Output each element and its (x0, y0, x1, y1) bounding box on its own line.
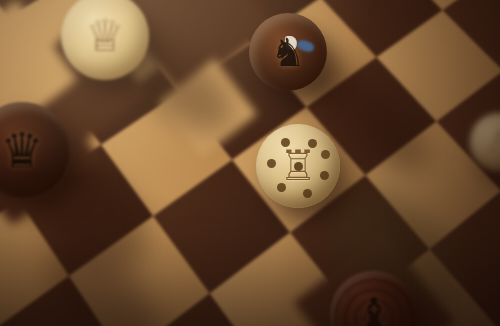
edge-shadow (26, 224, 178, 326)
dark-square (123, 293, 270, 326)
chessboard-photo: ♕♞♖♛♝♙ (0, 0, 500, 326)
dark-square (82, 0, 200, 30)
chessboard (0, 0, 500, 326)
white-pawn-glyph: ♙ (486, 128, 500, 157)
dark-square (306, 57, 436, 175)
white-rook-piece: ♖ (256, 124, 340, 208)
rook-crenellation-holes (294, 162, 303, 171)
dark-square-patch (0, 71, 99, 225)
white-rook-glyph: ♖ (279, 145, 317, 187)
light-square (376, 10, 500, 121)
dark-square-patch (111, 0, 272, 97)
white-pawn-piece: ♙ (470, 113, 500, 171)
black-knight-glyph: ♞ (271, 33, 306, 72)
light-square (0, 78, 101, 199)
dark-square (429, 190, 500, 326)
black-queen-shadow (12, 136, 168, 292)
white-rook-shadow (305, 165, 487, 326)
dark-square-patch (293, 231, 454, 326)
dark-square (0, 275, 123, 326)
light-square (0, 0, 8, 64)
dark-square (442, 0, 500, 70)
white-queen-piece: ♕ (61, 0, 149, 80)
dark-square (18, 144, 152, 275)
vignette-overlay (0, 0, 500, 326)
dark-square (52, 30, 178, 144)
light-square (352, 249, 498, 326)
white-queen-shadow (108, 20, 249, 149)
key-light-glow (0, 0, 500, 326)
dark-square-patch (13, 17, 146, 150)
black-bishop-glyph: ♝ (354, 292, 393, 326)
light-square (386, 0, 500, 10)
light-square-patch (22, 0, 190, 116)
light-square (8, 0, 129, 78)
knight-blue-fleck (296, 39, 315, 54)
black-knight-shadow (278, 35, 446, 189)
light-square (365, 121, 500, 249)
dark-square (436, 70, 500, 190)
dark-square (320, 0, 442, 57)
black-queen-glyph: ♛ (0, 126, 43, 174)
light-square (68, 216, 209, 326)
light-square (128, 0, 251, 92)
knight-highlight-fleck (285, 36, 297, 50)
bishop-rings (330, 270, 418, 326)
light-square-patch (0, 0, 78, 140)
black-queen-piece: ♛ (0, 102, 70, 198)
white-queen-glyph: ♕ (85, 14, 124, 58)
dark-square (178, 43, 306, 159)
light-square (209, 232, 352, 326)
dark-square (0, 0, 82, 17)
dark-square (290, 175, 429, 311)
light-square (232, 106, 365, 231)
light-square-patch (159, 59, 257, 157)
dark-square (200, 0, 320, 43)
board-layer (0, 0, 500, 326)
dark-square (0, 17, 52, 129)
light-square (101, 92, 232, 215)
dark-square (271, 311, 421, 326)
dark-square (153, 159, 290, 293)
dark-square (0, 129, 18, 258)
light-square (251, 0, 376, 106)
light-square (0, 199, 68, 326)
black-knight-piece: ♞ (249, 13, 327, 91)
black-bishop-piece: ♝ (330, 270, 418, 326)
